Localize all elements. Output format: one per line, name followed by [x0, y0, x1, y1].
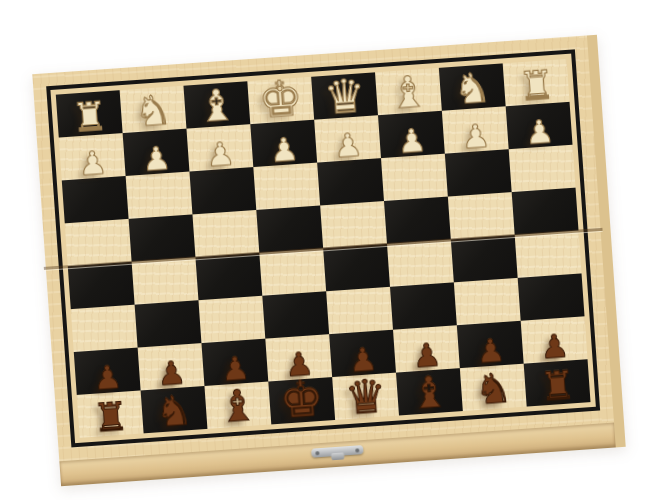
square-a2[interactable]: ♟: [506, 102, 573, 149]
square-f6[interactable]: [198, 296, 265, 343]
square-c3[interactable]: [381, 154, 448, 201]
square-h1[interactable]: ♜: [56, 90, 123, 137]
white-rook[interactable]: ♜: [71, 98, 108, 136]
square-e3[interactable]: [253, 163, 320, 210]
white-knight[interactable]: ♞: [453, 70, 492, 110]
black-pawn[interactable]: ♟: [539, 331, 570, 362]
white-bishop[interactable]: ♝: [388, 72, 429, 114]
square-b5[interactable]: [451, 235, 518, 282]
black-rook[interactable]: ♜: [92, 399, 129, 437]
square-b7[interactable]: ♟: [457, 321, 524, 368]
square-d1[interactable]: ♛: [311, 72, 378, 119]
board-top-surface: ♜♞♝♚♛♝♞♜♟♟♟♟♟♟♟♟♟♟♟♟♟♟♟♟♜♞♝♚♛♝♞♜: [32, 35, 614, 461]
square-h6[interactable]: [71, 305, 138, 352]
square-g7[interactable]: ♟: [138, 343, 205, 390]
clasp-hasp: [331, 452, 344, 460]
square-h3[interactable]: [62, 176, 129, 223]
photo-scene: ♜♞♝♚♛♝♞♜♟♟♟♟♟♟♟♟♟♟♟♟♟♟♟♟♜♞♝♚♛♝♞♜: [46, 54, 612, 467]
square-g2[interactable]: ♟: [123, 129, 190, 176]
square-h7[interactable]: ♟: [74, 348, 141, 395]
square-h8[interactable]: ♜: [77, 390, 144, 437]
square-g8[interactable]: ♞: [141, 386, 208, 433]
square-c4[interactable]: [384, 197, 451, 244]
white-pawn[interactable]: ♟: [77, 148, 108, 179]
square-b1[interactable]: ♞: [439, 63, 506, 110]
square-d6[interactable]: [326, 287, 393, 334]
square-e6[interactable]: [262, 291, 329, 338]
square-h5[interactable]: [68, 262, 135, 309]
white-bishop[interactable]: ♝: [196, 86, 237, 128]
square-f1[interactable]: ♝: [183, 81, 250, 128]
square-a7[interactable]: ♟: [521, 316, 588, 363]
square-e5[interactable]: [259, 248, 326, 295]
square-g1[interactable]: ♞: [120, 86, 187, 133]
square-a3[interactable]: [509, 145, 576, 192]
square-h2[interactable]: ♟: [59, 133, 126, 180]
square-f8[interactable]: ♝: [204, 382, 271, 429]
white-pawn[interactable]: ♟: [333, 130, 364, 161]
black-pawn[interactable]: ♟: [156, 358, 187, 389]
square-c2[interactable]: ♟: [378, 111, 445, 158]
white-rook[interactable]: ♜: [518, 67, 555, 105]
square-g3[interactable]: [126, 172, 193, 219]
white-pawn[interactable]: ♟: [269, 134, 300, 165]
square-f2[interactable]: ♟: [186, 124, 253, 171]
square-g5[interactable]: [132, 257, 199, 304]
black-rook[interactable]: ♜: [539, 367, 576, 405]
white-pawn[interactable]: ♟: [205, 139, 236, 170]
white-pawn[interactable]: ♟: [460, 121, 491, 152]
square-f3[interactable]: [189, 167, 256, 214]
square-c7[interactable]: ♟: [393, 325, 460, 372]
square-g6[interactable]: [135, 300, 202, 347]
black-knight[interactable]: ♞: [155, 392, 194, 432]
square-a8[interactable]: ♜: [524, 359, 591, 406]
square-b2[interactable]: ♟: [442, 106, 509, 153]
white-queen[interactable]: ♛: [323, 74, 367, 119]
black-pawn[interactable]: ♟: [92, 362, 123, 393]
square-d8[interactable]: ♛: [332, 373, 399, 420]
square-c1[interactable]: ♝: [375, 68, 442, 115]
square-f4[interactable]: [192, 210, 259, 257]
white-pawn[interactable]: ♟: [524, 117, 555, 148]
black-bishop[interactable]: ♝: [217, 386, 258, 428]
square-b6[interactable]: [454, 278, 521, 325]
black-pawn[interactable]: ♟: [475, 336, 506, 367]
white-pawn[interactable]: ♟: [141, 143, 172, 174]
white-king[interactable]: ♚: [257, 75, 304, 123]
black-knight[interactable]: ♞: [474, 370, 513, 410]
square-a4[interactable]: [512, 188, 579, 235]
square-c5[interactable]: [387, 239, 454, 286]
square-e4[interactable]: [256, 205, 323, 252]
square-d3[interactable]: [317, 158, 384, 205]
black-bishop[interactable]: ♝: [409, 372, 450, 414]
square-f7[interactable]: ♟: [201, 339, 268, 386]
square-a6[interactable]: [518, 273, 585, 320]
chess-board-box: ♜♞♝♚♛♝♞♜♟♟♟♟♟♟♟♟♟♟♟♟♟♟♟♟♜♞♝♚♛♝♞♜: [32, 35, 625, 486]
white-knight[interactable]: ♞: [134, 92, 173, 132]
metal-clasp-icon: [311, 445, 364, 458]
black-king[interactable]: ♚: [278, 376, 325, 424]
white-pawn[interactable]: ♟: [397, 126, 428, 157]
square-h4[interactable]: [65, 219, 132, 266]
square-d4[interactable]: [320, 201, 387, 248]
square-a5[interactable]: [515, 231, 582, 278]
square-c6[interactable]: [390, 282, 457, 329]
square-g4[interactable]: [129, 214, 196, 261]
black-queen[interactable]: ♛: [344, 374, 388, 419]
square-e1[interactable]: ♚: [247, 77, 314, 124]
square-f5[interactable]: [195, 253, 262, 300]
square-c8[interactable]: ♝: [396, 368, 463, 415]
square-b3[interactable]: [445, 149, 512, 196]
square-a1[interactable]: ♜: [503, 59, 570, 106]
square-b4[interactable]: [448, 192, 515, 239]
square-b8[interactable]: ♞: [460, 364, 527, 411]
square-e8[interactable]: ♚: [268, 377, 335, 424]
square-d5[interactable]: [323, 244, 390, 291]
